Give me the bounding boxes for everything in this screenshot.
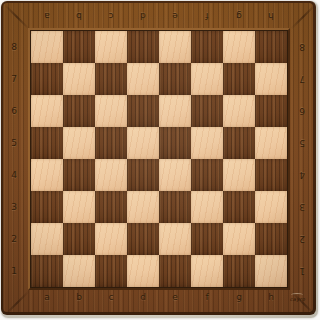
rank-label-4: 4 [294,159,310,191]
play-area-border [28,28,290,290]
square-e1[interactable] [159,255,191,287]
square-a1[interactable] [31,255,63,287]
square-a7[interactable] [31,63,63,95]
square-b8[interactable] [63,31,95,63]
file-label-c: c [95,289,127,305]
rank-label-3: 3 [294,191,310,223]
square-c5[interactable] [95,127,127,159]
square-d7[interactable] [127,63,159,95]
rank-label-7: 7 [294,63,310,95]
square-c4[interactable] [95,159,127,191]
rank-label-8: 8 [6,31,22,63]
rank-label-3: 3 [6,191,22,223]
square-c8[interactable] [95,31,127,63]
file-label-d: d [127,8,159,24]
play-area [31,31,287,287]
square-a2[interactable] [31,223,63,255]
square-a4[interactable] [31,159,63,191]
square-a8[interactable] [31,31,63,63]
square-h7[interactable] [255,63,287,95]
file-label-b: b [63,8,95,24]
file-label-a: a [31,8,63,24]
square-h8[interactable] [255,31,287,63]
square-a3[interactable] [31,191,63,223]
file-label-f: f [191,8,223,24]
square-e3[interactable] [159,191,191,223]
square-d8[interactable] [127,31,159,63]
square-f8[interactable] [191,31,223,63]
square-d5[interactable] [127,127,159,159]
square-b4[interactable] [63,159,95,191]
square-e5[interactable] [159,127,191,159]
square-h1[interactable] [255,255,287,287]
rank-label-7: 7 [6,63,22,95]
square-e6[interactable] [159,95,191,127]
square-a6[interactable] [31,95,63,127]
rank-labels-left: 87654321 [6,31,22,287]
square-f4[interactable] [191,159,223,191]
square-c7[interactable] [95,63,127,95]
file-label-d: d [127,289,159,305]
rank-labels-right: 87654321 [294,31,310,287]
rank-label-5: 5 [294,127,310,159]
rank-label-5: 5 [6,127,22,159]
file-labels-bottom: abcdefgh [31,289,287,305]
file-label-e: e [159,8,191,24]
square-g1[interactable] [223,255,255,287]
square-g3[interactable] [223,191,255,223]
square-f2[interactable] [191,223,223,255]
square-g7[interactable] [223,63,255,95]
brand-text: cayro [290,296,305,302]
square-g8[interactable] [223,31,255,63]
rank-label-6: 6 [294,95,310,127]
square-d4[interactable] [127,159,159,191]
square-d1[interactable] [127,255,159,287]
brand-mark: cayro [275,293,305,302]
square-c2[interactable] [95,223,127,255]
square-f1[interactable] [191,255,223,287]
square-b1[interactable] [63,255,95,287]
rank-label-1: 1 [6,255,22,287]
square-c3[interactable] [95,191,127,223]
file-labels-top: abcdefgh [31,8,287,24]
square-c1[interactable] [95,255,127,287]
rank-label-6: 6 [6,95,22,127]
file-label-g: g [223,289,255,305]
square-a5[interactable] [31,127,63,159]
file-label-a: a [31,289,63,305]
rank-label-2: 2 [294,223,310,255]
square-e8[interactable] [159,31,191,63]
square-g5[interactable] [223,127,255,159]
square-e4[interactable] [159,159,191,191]
file-label-c: c [95,8,127,24]
square-f3[interactable] [191,191,223,223]
square-f6[interactable] [191,95,223,127]
square-b5[interactable] [63,127,95,159]
square-h3[interactable] [255,191,287,223]
rank-label-4: 4 [6,159,22,191]
square-g6[interactable] [223,95,255,127]
square-d6[interactable] [127,95,159,127]
square-b6[interactable] [63,95,95,127]
square-b3[interactable] [63,191,95,223]
square-e2[interactable] [159,223,191,255]
square-h2[interactable] [255,223,287,255]
square-f7[interactable] [191,63,223,95]
file-label-f: f [191,289,223,305]
square-f5[interactable] [191,127,223,159]
square-c6[interactable] [95,95,127,127]
square-h5[interactable] [255,127,287,159]
chess-board: abcdefgh 87654321 87654321 abcdefgh cayr… [1,1,318,318]
square-h6[interactable] [255,95,287,127]
square-g4[interactable] [223,159,255,191]
file-label-h: h [255,8,287,24]
square-h4[interactable] [255,159,287,191]
rank-label-2: 2 [6,223,22,255]
rank-label-8: 8 [294,31,310,63]
file-label-b: b [63,289,95,305]
square-b7[interactable] [63,63,95,95]
file-label-e: e [159,289,191,305]
square-d3[interactable] [127,191,159,223]
file-label-g: g [223,8,255,24]
rank-label-1: 1 [294,255,310,287]
square-b2[interactable] [63,223,95,255]
square-e7[interactable] [159,63,191,95]
photo-background: abcdefgh 87654321 87654321 abcdefgh cayr… [0,0,320,320]
square-d2[interactable] [127,223,159,255]
square-g2[interactable] [223,223,255,255]
